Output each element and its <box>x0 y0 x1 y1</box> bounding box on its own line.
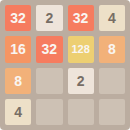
empty-cell <box>99 99 125 125</box>
game-board-2048[interactable]: 32232416321288824 <box>0 0 130 130</box>
tile-32: 32 <box>68 5 94 31</box>
tile-8: 8 <box>5 68 31 94</box>
tile-32: 32 <box>5 5 31 31</box>
empty-cell <box>99 68 125 94</box>
tile-4: 4 <box>99 5 125 31</box>
empty-cell <box>36 68 62 94</box>
tile-2: 2 <box>36 5 62 31</box>
tile-32: 32 <box>36 36 62 62</box>
empty-cell <box>36 99 62 125</box>
tile-16: 16 <box>5 36 31 62</box>
tile-8: 8 <box>99 36 125 62</box>
tile-2: 2 <box>68 68 94 94</box>
tile-4: 4 <box>5 99 31 125</box>
tile-128: 128 <box>68 36 94 62</box>
empty-cell <box>68 99 94 125</box>
